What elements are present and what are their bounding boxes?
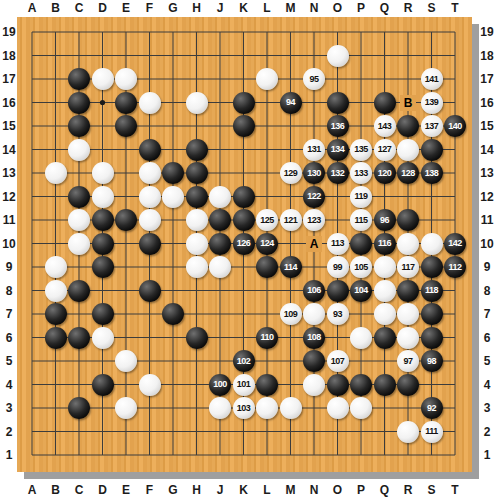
black-stone-J4[interactable]: 100 (209, 374, 231, 396)
black-stone-Q10[interactable]: 116 (374, 233, 396, 255)
black-stone-N13[interactable]: 130 (303, 162, 325, 184)
move-number: 96 (380, 216, 389, 225)
move-number: 98 (427, 357, 436, 366)
white-stone-N11[interactable]: 123 (303, 209, 325, 231)
black-stone-N5[interactable] (303, 350, 325, 372)
white-stone-C14[interactable] (68, 139, 90, 161)
white-stone-H10[interactable] (186, 233, 208, 255)
black-stone-E15[interactable] (115, 115, 137, 137)
marker-B: B (400, 95, 416, 111)
black-stone-G7[interactable] (162, 303, 184, 325)
move-number: 94 (286, 98, 295, 107)
move-number: 119 (354, 192, 367, 201)
black-stone-O13[interactable]: 132 (327, 162, 349, 184)
move-number: 135 (354, 145, 368, 154)
white-stone-S16[interactable]: 139 (421, 92, 443, 114)
black-stone-S6[interactable] (421, 327, 443, 349)
white-stone-J3[interactable] (209, 397, 231, 419)
white-stone-M11[interactable]: 121 (280, 209, 302, 231)
white-stone-N7[interactable] (303, 303, 325, 325)
white-stone-K3[interactable]: 103 (233, 397, 255, 419)
black-stone-C17[interactable] (68, 68, 90, 90)
row-label-left-8: 8 (6, 284, 13, 298)
black-stone-H6[interactable] (186, 327, 208, 349)
black-stone-F8[interactable] (139, 280, 161, 302)
move-number: 115 (354, 216, 367, 225)
col-label-bottom-B: B (51, 483, 60, 497)
col-label-top-L: L (263, 1, 270, 15)
col-label-top-J: J (217, 1, 224, 15)
white-stone-G12[interactable] (162, 186, 184, 208)
col-label-top-A: A (28, 1, 37, 15)
white-stone-F12[interactable] (139, 186, 161, 208)
white-stone-F4[interactable] (139, 374, 161, 396)
move-number: 137 (425, 122, 439, 131)
move-number: 112 (448, 263, 461, 272)
move-number: 106 (307, 286, 321, 295)
black-stone-R11[interactable] (397, 209, 419, 231)
white-stone-J12[interactable] (209, 186, 231, 208)
black-stone-J10[interactable] (209, 233, 231, 255)
white-stone-S10[interactable] (421, 233, 443, 255)
move-number: 118 (425, 286, 438, 295)
row-label-right-19: 19 (480, 25, 493, 39)
black-stone-K10[interactable]: 126 (233, 233, 255, 255)
move-number: 99 (333, 263, 342, 272)
move-number: 101 (237, 380, 251, 389)
col-label-top-E: E (122, 1, 130, 15)
black-stone-J11[interactable] (209, 209, 231, 231)
white-stone-P3[interactable] (350, 397, 372, 419)
row-label-right-4: 4 (484, 378, 491, 392)
white-stone-F13[interactable] (139, 162, 161, 184)
white-stone-B8[interactable] (45, 280, 67, 302)
black-stone-L6[interactable]: 110 (256, 327, 278, 349)
col-label-top-K: K (239, 1, 248, 15)
black-stone-S3[interactable]: 92 (421, 397, 443, 419)
black-stone-O15[interactable]: 136 (327, 115, 349, 137)
row-label-left-9: 9 (6, 260, 13, 274)
black-stone-C8[interactable] (68, 280, 90, 302)
move-number: 123 (307, 216, 321, 225)
black-stone-H14[interactable] (186, 139, 208, 161)
black-stone-D11[interactable] (92, 209, 114, 231)
move-number: 117 (401, 263, 414, 272)
black-stone-C12[interactable] (68, 186, 90, 208)
move-number: 121 (284, 216, 298, 225)
white-stone-D12[interactable] (92, 186, 114, 208)
white-stone-E5[interactable] (115, 350, 137, 372)
col-label-bottom-J: J (217, 483, 224, 497)
black-stone-K11[interactable] (233, 209, 255, 231)
black-stone-G13[interactable] (162, 162, 184, 184)
col-label-bottom-N: N (310, 483, 319, 497)
white-stone-H9[interactable] (186, 256, 208, 278)
col-label-bottom-C: C (75, 483, 84, 497)
white-stone-L11[interactable]: 125 (256, 209, 278, 231)
white-stone-F11[interactable] (139, 209, 161, 231)
white-stone-Q9[interactable] (374, 256, 396, 278)
move-number: 125 (260, 216, 274, 225)
white-stone-C11[interactable] (68, 209, 90, 231)
black-stone-T15[interactable]: 140 (444, 115, 466, 137)
white-stone-Q14[interactable]: 127 (374, 139, 396, 161)
black-stone-Q6[interactable] (374, 327, 396, 349)
row-label-right-16: 16 (480, 96, 493, 110)
row-label-left-16: 16 (2, 96, 15, 110)
white-stone-D13[interactable] (92, 162, 114, 184)
col-label-top-B: B (51, 1, 60, 15)
white-stone-R9[interactable]: 117 (397, 256, 419, 278)
marker-A: A (306, 236, 322, 252)
col-label-top-C: C (75, 1, 84, 15)
black-stone-L10[interactable]: 124 (256, 233, 278, 255)
row-label-left-2: 2 (6, 425, 13, 439)
row-label-right-12: 12 (480, 190, 493, 204)
black-stone-S8[interactable]: 118 (421, 280, 443, 302)
row-label-left-11: 11 (3, 213, 16, 227)
white-stone-D17[interactable] (92, 68, 114, 90)
white-stone-B13[interactable] (45, 162, 67, 184)
move-number: 105 (354, 263, 368, 272)
white-stone-C10[interactable] (68, 233, 90, 255)
col-label-bottom-Q: Q (380, 483, 389, 497)
white-stone-P12[interactable]: 119 (350, 186, 372, 208)
move-number: 129 (284, 169, 298, 178)
black-stone-N12[interactable]: 122 (303, 186, 325, 208)
row-label-right-5: 5 (484, 354, 491, 368)
white-stone-O3[interactable] (327, 397, 349, 419)
move-number: 139 (425, 98, 439, 107)
col-label-top-O: O (333, 1, 342, 15)
row-label-left-3: 3 (6, 401, 13, 415)
col-label-top-M: M (286, 1, 296, 15)
white-stone-K4[interactable]: 101 (233, 374, 255, 396)
white-stone-O5[interactable]: 107 (327, 350, 349, 372)
move-number: 102 (237, 357, 251, 366)
white-stone-S17[interactable]: 141 (421, 68, 443, 90)
col-label-top-S: S (427, 1, 435, 15)
star-point (100, 100, 105, 105)
black-stone-Q4[interactable] (374, 374, 396, 396)
col-label-bottom-T: T (451, 483, 458, 497)
black-stone-L9[interactable] (256, 256, 278, 278)
black-stone-P10[interactable] (350, 233, 372, 255)
col-label-bottom-M: M (286, 483, 296, 497)
black-stone-O8[interactable] (327, 280, 349, 302)
white-stone-R14[interactable] (397, 139, 419, 161)
white-stone-Q15[interactable]: 143 (374, 115, 396, 137)
move-number: 93 (333, 310, 342, 319)
white-stone-S2[interactable]: 111 (421, 421, 443, 443)
row-label-left-14: 14 (2, 143, 15, 157)
black-stone-O14[interactable]: 134 (327, 139, 349, 161)
black-stone-S13[interactable]: 138 (421, 162, 443, 184)
black-stone-Q13[interactable]: 120 (374, 162, 396, 184)
white-stone-O9[interactable]: 99 (327, 256, 349, 278)
row-label-right-11: 11 (481, 213, 494, 227)
col-label-top-G: G (168, 1, 177, 15)
black-stone-F14[interactable] (139, 139, 161, 161)
move-number: 111 (425, 427, 438, 436)
black-stone-M9[interactable]: 114 (280, 256, 302, 278)
white-stone-J9[interactable] (209, 256, 231, 278)
white-stone-O10[interactable]: 113 (327, 233, 349, 255)
go-diagram-page: 9514194139136143137140131134135127129130… (0, 0, 500, 500)
row-label-left-5: 5 (6, 354, 13, 368)
col-label-bottom-F: F (146, 483, 153, 497)
black-stone-D7[interactable] (92, 303, 114, 325)
white-stone-O18[interactable] (327, 45, 349, 67)
move-number: 92 (427, 404, 436, 413)
row-label-right-7: 7 (484, 307, 491, 321)
row-label-left-6: 6 (6, 331, 13, 345)
col-label-bottom-E: E (122, 483, 130, 497)
black-stone-C3[interactable] (68, 397, 90, 419)
black-stone-N8[interactable]: 106 (303, 280, 325, 302)
col-label-top-N: N (310, 1, 319, 15)
black-stone-L4[interactable] (256, 374, 278, 396)
row-label-right-17: 17 (480, 72, 493, 86)
move-number: 120 (378, 169, 392, 178)
col-label-bottom-A: A (28, 483, 37, 497)
col-label-top-H: H (192, 1, 201, 15)
col-label-bottom-S: S (427, 483, 435, 497)
black-stone-K15[interactable] (233, 115, 255, 137)
black-stone-H13[interactable] (186, 162, 208, 184)
row-label-right-2: 2 (484, 425, 491, 439)
white-stone-F16[interactable] (139, 92, 161, 114)
row-label-left-15: 15 (2, 119, 15, 133)
black-stone-C6[interactable] (68, 327, 90, 349)
black-stone-R4[interactable] (397, 374, 419, 396)
col-label-bottom-L: L (263, 483, 270, 497)
white-stone-L3[interactable] (256, 397, 278, 419)
move-number: 130 (307, 169, 321, 178)
col-label-top-F: F (146, 1, 153, 15)
black-stone-E11[interactable] (115, 209, 137, 231)
white-stone-B9[interactable] (45, 256, 67, 278)
white-stone-Q8[interactable] (374, 280, 396, 302)
white-stone-E3[interactable] (115, 397, 137, 419)
white-stone-N17[interactable]: 95 (303, 68, 325, 90)
col-label-bottom-P: P (357, 483, 365, 497)
move-number: 109 (284, 310, 298, 319)
white-stone-R7[interactable] (397, 303, 419, 325)
white-stone-H16[interactable] (186, 92, 208, 114)
black-stone-K12[interactable] (233, 186, 255, 208)
black-stone-B7[interactable] (45, 303, 67, 325)
move-number: 103 (237, 404, 251, 413)
move-number: 138 (425, 169, 439, 178)
move-number: 124 (260, 239, 274, 248)
col-label-bottom-G: G (168, 483, 177, 497)
white-stone-N4[interactable] (303, 374, 325, 396)
move-number: 128 (401, 169, 415, 178)
white-stone-M7[interactable]: 109 (280, 303, 302, 325)
move-number: 131 (307, 145, 321, 154)
col-label-top-D: D (98, 1, 107, 15)
move-number: 114 (284, 263, 297, 272)
black-stone-D10[interactable] (92, 233, 114, 255)
move-number: 136 (331, 122, 345, 131)
black-stone-T9[interactable]: 112 (444, 256, 466, 278)
col-label-top-Q: Q (380, 1, 389, 15)
row-label-left-7: 7 (6, 307, 13, 321)
white-stone-R2[interactable] (397, 421, 419, 443)
black-stone-N6[interactable]: 108 (303, 327, 325, 349)
move-number: 140 (448, 122, 462, 131)
black-stone-D9[interactable] (92, 256, 114, 278)
black-stone-E16[interactable] (115, 92, 137, 114)
move-number: 108 (307, 333, 321, 342)
move-number: 134 (331, 145, 345, 154)
move-number: 122 (307, 192, 321, 201)
row-label-right-14: 14 (480, 143, 493, 157)
row-label-left-17: 17 (2, 72, 15, 86)
move-number: 127 (378, 145, 392, 154)
black-stone-P8[interactable]: 104 (350, 280, 372, 302)
row-label-right-10: 10 (480, 237, 493, 251)
white-stone-R10[interactable] (397, 233, 419, 255)
col-label-bottom-O: O (333, 483, 342, 497)
white-stone-O7[interactable]: 93 (327, 303, 349, 325)
move-number: 97 (403, 357, 412, 366)
black-stone-M16[interactable]: 94 (280, 92, 302, 114)
black-stone-R15[interactable] (397, 115, 419, 137)
col-label-top-T: T (451, 1, 458, 15)
white-stone-N14[interactable]: 131 (303, 139, 325, 161)
white-stone-S15[interactable]: 137 (421, 115, 443, 137)
black-stone-Q16[interactable] (374, 92, 396, 114)
row-label-left-13: 13 (2, 166, 15, 180)
black-stone-C16[interactable] (68, 92, 90, 114)
move-number: 143 (378, 122, 392, 131)
black-stone-O16[interactable] (327, 92, 349, 114)
black-stone-T10[interactable]: 142 (444, 233, 466, 255)
move-number: 110 (260, 333, 273, 342)
black-stone-K16[interactable] (233, 92, 255, 114)
col-label-bottom-R: R (404, 483, 413, 497)
white-stone-H11[interactable] (186, 209, 208, 231)
black-stone-H12[interactable] (186, 186, 208, 208)
black-stone-C15[interactable] (68, 115, 90, 137)
black-stone-P4[interactable] (350, 374, 372, 396)
black-stone-D4[interactable] (92, 374, 114, 396)
black-stone-R8[interactable] (397, 280, 419, 302)
white-stone-P11[interactable]: 115 (350, 209, 372, 231)
col-label-bottom-D: D (98, 483, 107, 497)
black-stone-O4[interactable] (327, 374, 349, 396)
black-stone-Q11[interactable]: 96 (374, 209, 396, 231)
col-label-bottom-H: H (192, 483, 201, 497)
black-stone-K5[interactable]: 102 (233, 350, 255, 372)
go-board[interactable]: 9514194139136143137140131134135127129130… (17, 17, 472, 472)
col-label-top-R: R (404, 1, 413, 15)
black-stone-S5[interactable]: 98 (421, 350, 443, 372)
move-number: 113 (331, 239, 344, 248)
row-label-right-8: 8 (484, 284, 491, 298)
white-stone-P6[interactable] (350, 327, 372, 349)
row-label-left-18: 18 (2, 49, 15, 63)
move-number: 104 (354, 286, 368, 295)
move-number: 116 (378, 239, 391, 248)
white-stone-P9[interactable]: 105 (350, 256, 372, 278)
move-number: 142 (448, 239, 462, 248)
move-number: 133 (354, 169, 368, 178)
white-stone-M13[interactable]: 129 (280, 162, 302, 184)
black-stone-R13[interactable]: 128 (397, 162, 419, 184)
row-label-left-19: 19 (2, 25, 15, 39)
white-stone-R6[interactable] (397, 327, 419, 349)
row-label-right-15: 15 (480, 119, 493, 133)
white-stone-P14[interactable]: 135 (350, 139, 372, 161)
col-label-top-P: P (357, 1, 365, 15)
black-stone-S14[interactable] (421, 139, 443, 161)
row-label-right-1: 1 (484, 448, 491, 462)
black-stone-F10[interactable] (139, 233, 161, 255)
row-label-left-10: 10 (2, 237, 15, 251)
black-stone-B6[interactable] (45, 327, 67, 349)
row-label-left-12: 12 (2, 190, 15, 204)
black-stone-S7[interactable] (421, 303, 443, 325)
row-label-right-6: 6 (484, 331, 491, 345)
row-label-right-9: 9 (484, 260, 491, 274)
move-number: 132 (331, 169, 345, 178)
move-number: 126 (237, 239, 251, 248)
move-number: 100 (213, 380, 227, 389)
col-label-bottom-K: K (239, 483, 248, 497)
white-stone-D6[interactable] (92, 327, 114, 349)
row-label-left-1: 1 (6, 448, 13, 462)
white-stone-L17[interactable] (256, 68, 278, 90)
row-label-right-13: 13 (480, 166, 493, 180)
white-stone-P13[interactable]: 133 (350, 162, 372, 184)
white-stone-R5[interactable]: 97 (397, 350, 419, 372)
move-number: 107 (331, 357, 345, 366)
row-label-right-3: 3 (484, 401, 491, 415)
row-label-right-18: 18 (480, 49, 493, 63)
black-stone-S9[interactable] (421, 256, 443, 278)
white-stone-E17[interactable] (115, 68, 137, 90)
white-stone-Q7[interactable] (374, 303, 396, 325)
move-number: 141 (425, 75, 439, 84)
row-label-left-4: 4 (6, 378, 13, 392)
white-stone-M3[interactable] (280, 397, 302, 419)
move-number: 95 (309, 75, 318, 84)
